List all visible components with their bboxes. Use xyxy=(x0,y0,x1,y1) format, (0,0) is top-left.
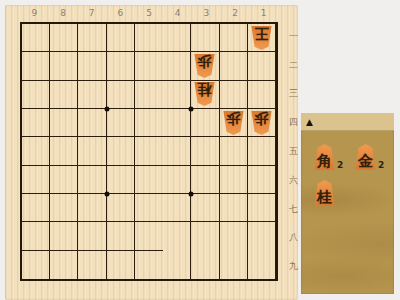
board-piece-gote[interactable]: 歩 xyxy=(251,111,272,135)
board-cell[interactable] xyxy=(78,251,106,279)
board-cell[interactable] xyxy=(50,109,78,137)
board-cell[interactable]: 歩 xyxy=(191,52,219,80)
board-cell[interactable] xyxy=(22,81,50,109)
board-piece-gote[interactable]: 桂 xyxy=(194,82,215,106)
board-piece-gote[interactable]: 歩 xyxy=(194,54,215,78)
star-point xyxy=(104,106,109,111)
board-cell[interactable] xyxy=(163,166,191,194)
board-cell[interactable] xyxy=(248,52,276,80)
shogi-board-panel: 987654321 一二三四五六七八九 王歩桂歩歩 xyxy=(5,5,298,300)
board-cell[interactable] xyxy=(22,137,50,165)
board-cell[interactable] xyxy=(107,52,135,80)
board-cell[interactable]: 桂 xyxy=(191,81,219,109)
hand-piece-sente[interactable]: 角 xyxy=(314,144,335,170)
hand-piece-count: 2 xyxy=(337,160,343,170)
board-cell[interactable] xyxy=(50,222,78,250)
board-cell[interactable] xyxy=(220,166,248,194)
board-cell[interactable] xyxy=(107,251,135,279)
board-cell[interactable] xyxy=(22,251,50,279)
shogi-board-grid: 王歩桂歩歩 xyxy=(20,22,278,281)
board-cell[interactable] xyxy=(22,109,50,137)
board-cell[interactable] xyxy=(135,52,163,80)
board-cell[interactable] xyxy=(163,109,191,137)
board-cell[interactable] xyxy=(191,251,219,279)
board-cell[interactable] xyxy=(135,166,163,194)
board-cell[interactable] xyxy=(107,109,135,137)
board-cell[interactable] xyxy=(22,166,50,194)
board-cell[interactable] xyxy=(78,24,106,52)
board-cell[interactable]: 歩 xyxy=(220,109,248,137)
board-cell[interactable] xyxy=(135,222,163,250)
file-label: 8 xyxy=(49,7,78,20)
board-cell[interactable] xyxy=(107,24,135,52)
board-cell[interactable] xyxy=(220,24,248,52)
rank-label: 三 xyxy=(285,80,302,109)
hand-pieces-area: 角2金2桂 xyxy=(301,131,394,294)
board-cell[interactable] xyxy=(50,137,78,165)
star-point xyxy=(104,192,109,197)
file-label: 4 xyxy=(163,7,192,20)
board-cell[interactable]: 王 xyxy=(248,24,276,52)
board-cell[interactable] xyxy=(50,24,78,52)
board-cell[interactable] xyxy=(248,194,276,222)
board-cell[interactable] xyxy=(78,194,106,222)
board-cell[interactable] xyxy=(50,166,78,194)
rank-label: 二 xyxy=(285,51,302,80)
sente-hand-tray: ▲ 角2金2桂 xyxy=(301,113,394,294)
board-cell[interactable] xyxy=(163,52,191,80)
board-cell[interactable] xyxy=(163,24,191,52)
board-cell[interactable] xyxy=(248,251,276,279)
board-cell[interactable] xyxy=(220,52,248,80)
hand-piece-sente[interactable]: 金 xyxy=(355,144,376,170)
board-cell[interactable] xyxy=(135,24,163,52)
board-cell[interactable] xyxy=(50,251,78,279)
board-cell[interactable] xyxy=(248,166,276,194)
board-cell[interactable] xyxy=(191,109,219,137)
file-labels: 987654321 xyxy=(20,7,278,20)
file-label: 6 xyxy=(106,7,135,20)
board-piece-gote[interactable]: 歩 xyxy=(223,111,244,135)
file-label: 3 xyxy=(192,7,221,20)
board-cell[interactable] xyxy=(135,81,163,109)
board-cell[interactable] xyxy=(191,137,219,165)
board-cell[interactable] xyxy=(50,52,78,80)
board-cell[interactable] xyxy=(135,251,163,279)
board-cell[interactable] xyxy=(107,166,135,194)
board-cell[interactable] xyxy=(22,52,50,80)
file-label: 1 xyxy=(249,7,278,20)
file-label: 5 xyxy=(135,7,164,20)
board-cell[interactable] xyxy=(22,222,50,250)
rank-label: 五 xyxy=(285,137,302,166)
rank-label: 六 xyxy=(285,166,302,195)
hand-tray-header: ▲ xyxy=(301,113,394,131)
board-cell[interactable] xyxy=(191,166,219,194)
board-cell[interactable] xyxy=(107,194,135,222)
star-point xyxy=(189,192,194,197)
board-cell[interactable] xyxy=(107,222,135,250)
file-label: 9 xyxy=(20,7,49,20)
board-cell[interactable] xyxy=(220,137,248,165)
board-cell[interactable] xyxy=(220,222,248,250)
star-point xyxy=(189,106,194,111)
board-cell[interactable] xyxy=(50,194,78,222)
board-cell[interactable] xyxy=(163,81,191,109)
board-cell[interactable] xyxy=(107,137,135,165)
board-cell[interactable] xyxy=(248,137,276,165)
board-cell[interactable] xyxy=(248,81,276,109)
board-cell[interactable] xyxy=(78,137,106,165)
hand-piece-sente[interactable]: 桂 xyxy=(314,180,335,206)
board-cell[interactable] xyxy=(135,109,163,137)
board-cell[interactable] xyxy=(78,81,106,109)
board-cell[interactable] xyxy=(135,194,163,222)
board-cell[interactable] xyxy=(191,222,219,250)
board-cell[interactable] xyxy=(107,81,135,109)
board-cell[interactable] xyxy=(220,251,248,279)
board-cell[interactable] xyxy=(22,194,50,222)
file-label: 2 xyxy=(221,7,250,20)
board-cell[interactable] xyxy=(163,251,191,279)
rank-label: 八 xyxy=(285,223,302,252)
board-cell[interactable] xyxy=(163,222,191,250)
board-cell[interactable] xyxy=(78,222,106,250)
board-cell[interactable]: 歩 xyxy=(248,109,276,137)
file-label: 7 xyxy=(77,7,106,20)
board-cell[interactable] xyxy=(78,166,106,194)
board-cell[interactable] xyxy=(220,81,248,109)
board-cell[interactable] xyxy=(163,137,191,165)
rank-label: 一 xyxy=(285,22,302,51)
rank-label: 九 xyxy=(285,252,302,281)
board-cell[interactable] xyxy=(220,194,248,222)
board-cell[interactable] xyxy=(248,222,276,250)
sente-turn-marker-icon: ▲ xyxy=(306,117,313,127)
hand-piece-count: 2 xyxy=(378,160,384,170)
rank-labels: 一二三四五六七八九 xyxy=(285,22,302,281)
board-piece-gote[interactable]: 王 xyxy=(251,26,272,50)
board-cell[interactable] xyxy=(22,24,50,52)
board-cell[interactable] xyxy=(191,24,219,52)
board-cell[interactable] xyxy=(78,109,106,137)
board-cell[interactable] xyxy=(163,194,191,222)
board-cell[interactable] xyxy=(191,194,219,222)
board-cell[interactable] xyxy=(135,137,163,165)
rank-label: 七 xyxy=(285,195,302,224)
rank-label: 四 xyxy=(285,108,302,137)
board-cell[interactable] xyxy=(78,52,106,80)
board-cell[interactable] xyxy=(50,81,78,109)
